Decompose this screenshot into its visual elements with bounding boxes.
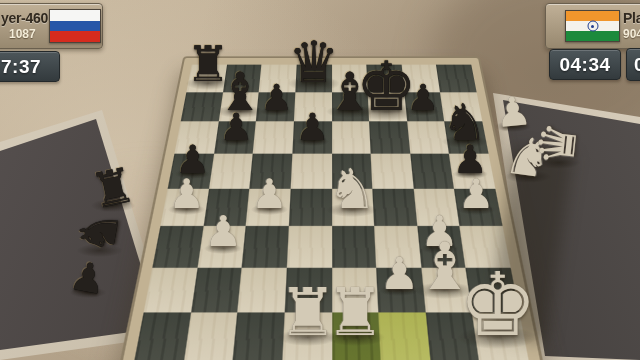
ashoka-chakra-icon <box>587 21 598 32</box>
square-f5[interactable] <box>371 154 414 189</box>
square-f4[interactable] <box>372 188 417 226</box>
square-b1[interactable] <box>183 313 237 360</box>
square-c1[interactable] <box>233 313 285 360</box>
black-pawn-b6[interactable]: ♟ <box>220 109 254 146</box>
square-a2[interactable] <box>144 268 198 313</box>
white-queen[interactable]: ♛ <box>531 119 585 169</box>
square-e6[interactable] <box>332 122 371 154</box>
square-c3[interactable] <box>242 226 289 267</box>
white-pawn-f2[interactable]: ♟ <box>380 252 420 296</box>
black-pawn-c7[interactable]: ♟ <box>260 80 292 116</box>
square-f1[interactable] <box>378 313 430 360</box>
clock-right-secondary-time: 0 <box>634 54 640 76</box>
white-pawn-b3[interactable]: ♟ <box>204 211 242 253</box>
square-h8[interactable] <box>436 65 476 92</box>
clock-right-time: 04:34 <box>559 54 610 76</box>
russia-flag <box>49 9 101 43</box>
clock-right-secondary: 0 <box>626 48 640 81</box>
white-rook-e1[interactable]: ♜ <box>326 280 385 346</box>
black-pawn-d6[interactable]: ♟ <box>296 109 330 146</box>
player-name-right: Pla <box>623 10 640 26</box>
white-knight-e4[interactable]: ♞ <box>328 162 377 217</box>
player-name-left: yer-460 <box>1 10 48 26</box>
clock-right: 04:34 <box>549 49 621 80</box>
square-b2[interactable] <box>191 268 242 313</box>
player-panel-right: Pla 904 <box>545 3 640 49</box>
white-pawn-a4[interactable]: ♟ <box>168 174 204 215</box>
square-b5[interactable] <box>209 154 253 189</box>
player-rating-left: 1087 <box>9 27 36 41</box>
square-f6[interactable] <box>369 122 410 154</box>
chess-app-screen: ♜♛♝♟♝♚♟♟♟♞♟♟♟♟♞♟♟♟♟♝♜♜♚♜♞♟♟♞♛ yer-460 10… <box>0 0 640 360</box>
black-pawn[interactable]: ♟ <box>67 255 109 301</box>
square-a1[interactable] <box>134 313 191 360</box>
player-rating-right: 904 <box>623 27 640 41</box>
white-pawn-h4[interactable]: ♟ <box>458 174 494 215</box>
square-d3[interactable] <box>287 226 332 267</box>
square-d5[interactable] <box>291 154 332 189</box>
white-king-h1[interactable]: ♚ <box>459 261 538 349</box>
square-d4[interactable] <box>289 188 332 226</box>
square-g5[interactable] <box>410 154 454 189</box>
black-pawn-g7[interactable]: ♟ <box>407 80 439 116</box>
black-rook[interactable]: ♜ <box>87 160 139 216</box>
square-e3[interactable] <box>332 226 377 267</box>
square-a3[interactable] <box>152 226 203 267</box>
india-flag <box>565 10 620 42</box>
clock-left: 7:37 <box>0 51 60 82</box>
square-c6[interactable] <box>253 122 294 154</box>
white-pawn-c4[interactable]: ♟ <box>251 174 287 215</box>
black-knight[interactable]: ♞ <box>70 206 127 259</box>
player-panel-left: yer-460 1087 <box>0 3 103 49</box>
clock-left-time: 7:37 <box>1 56 41 78</box>
